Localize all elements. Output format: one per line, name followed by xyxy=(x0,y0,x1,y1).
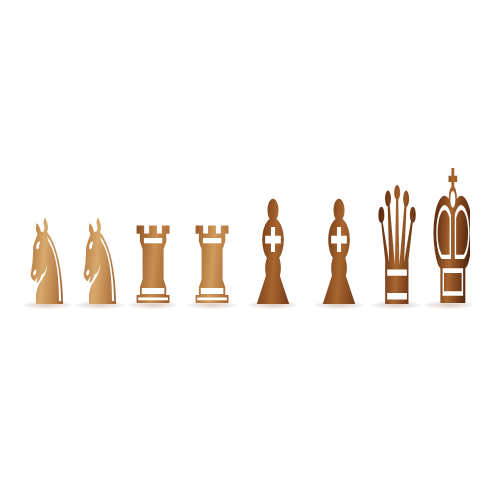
product-photo: ♞ ♞ ♜ ♜ ♝ ♝ ♛ ♚ xyxy=(0,0,500,500)
bishop-piece-2: ♝ xyxy=(305,182,372,326)
bishop-piece-1: ♝ xyxy=(239,182,306,326)
queen-piece: ♛ xyxy=(372,166,420,329)
king-piece: ♚ xyxy=(428,147,470,332)
